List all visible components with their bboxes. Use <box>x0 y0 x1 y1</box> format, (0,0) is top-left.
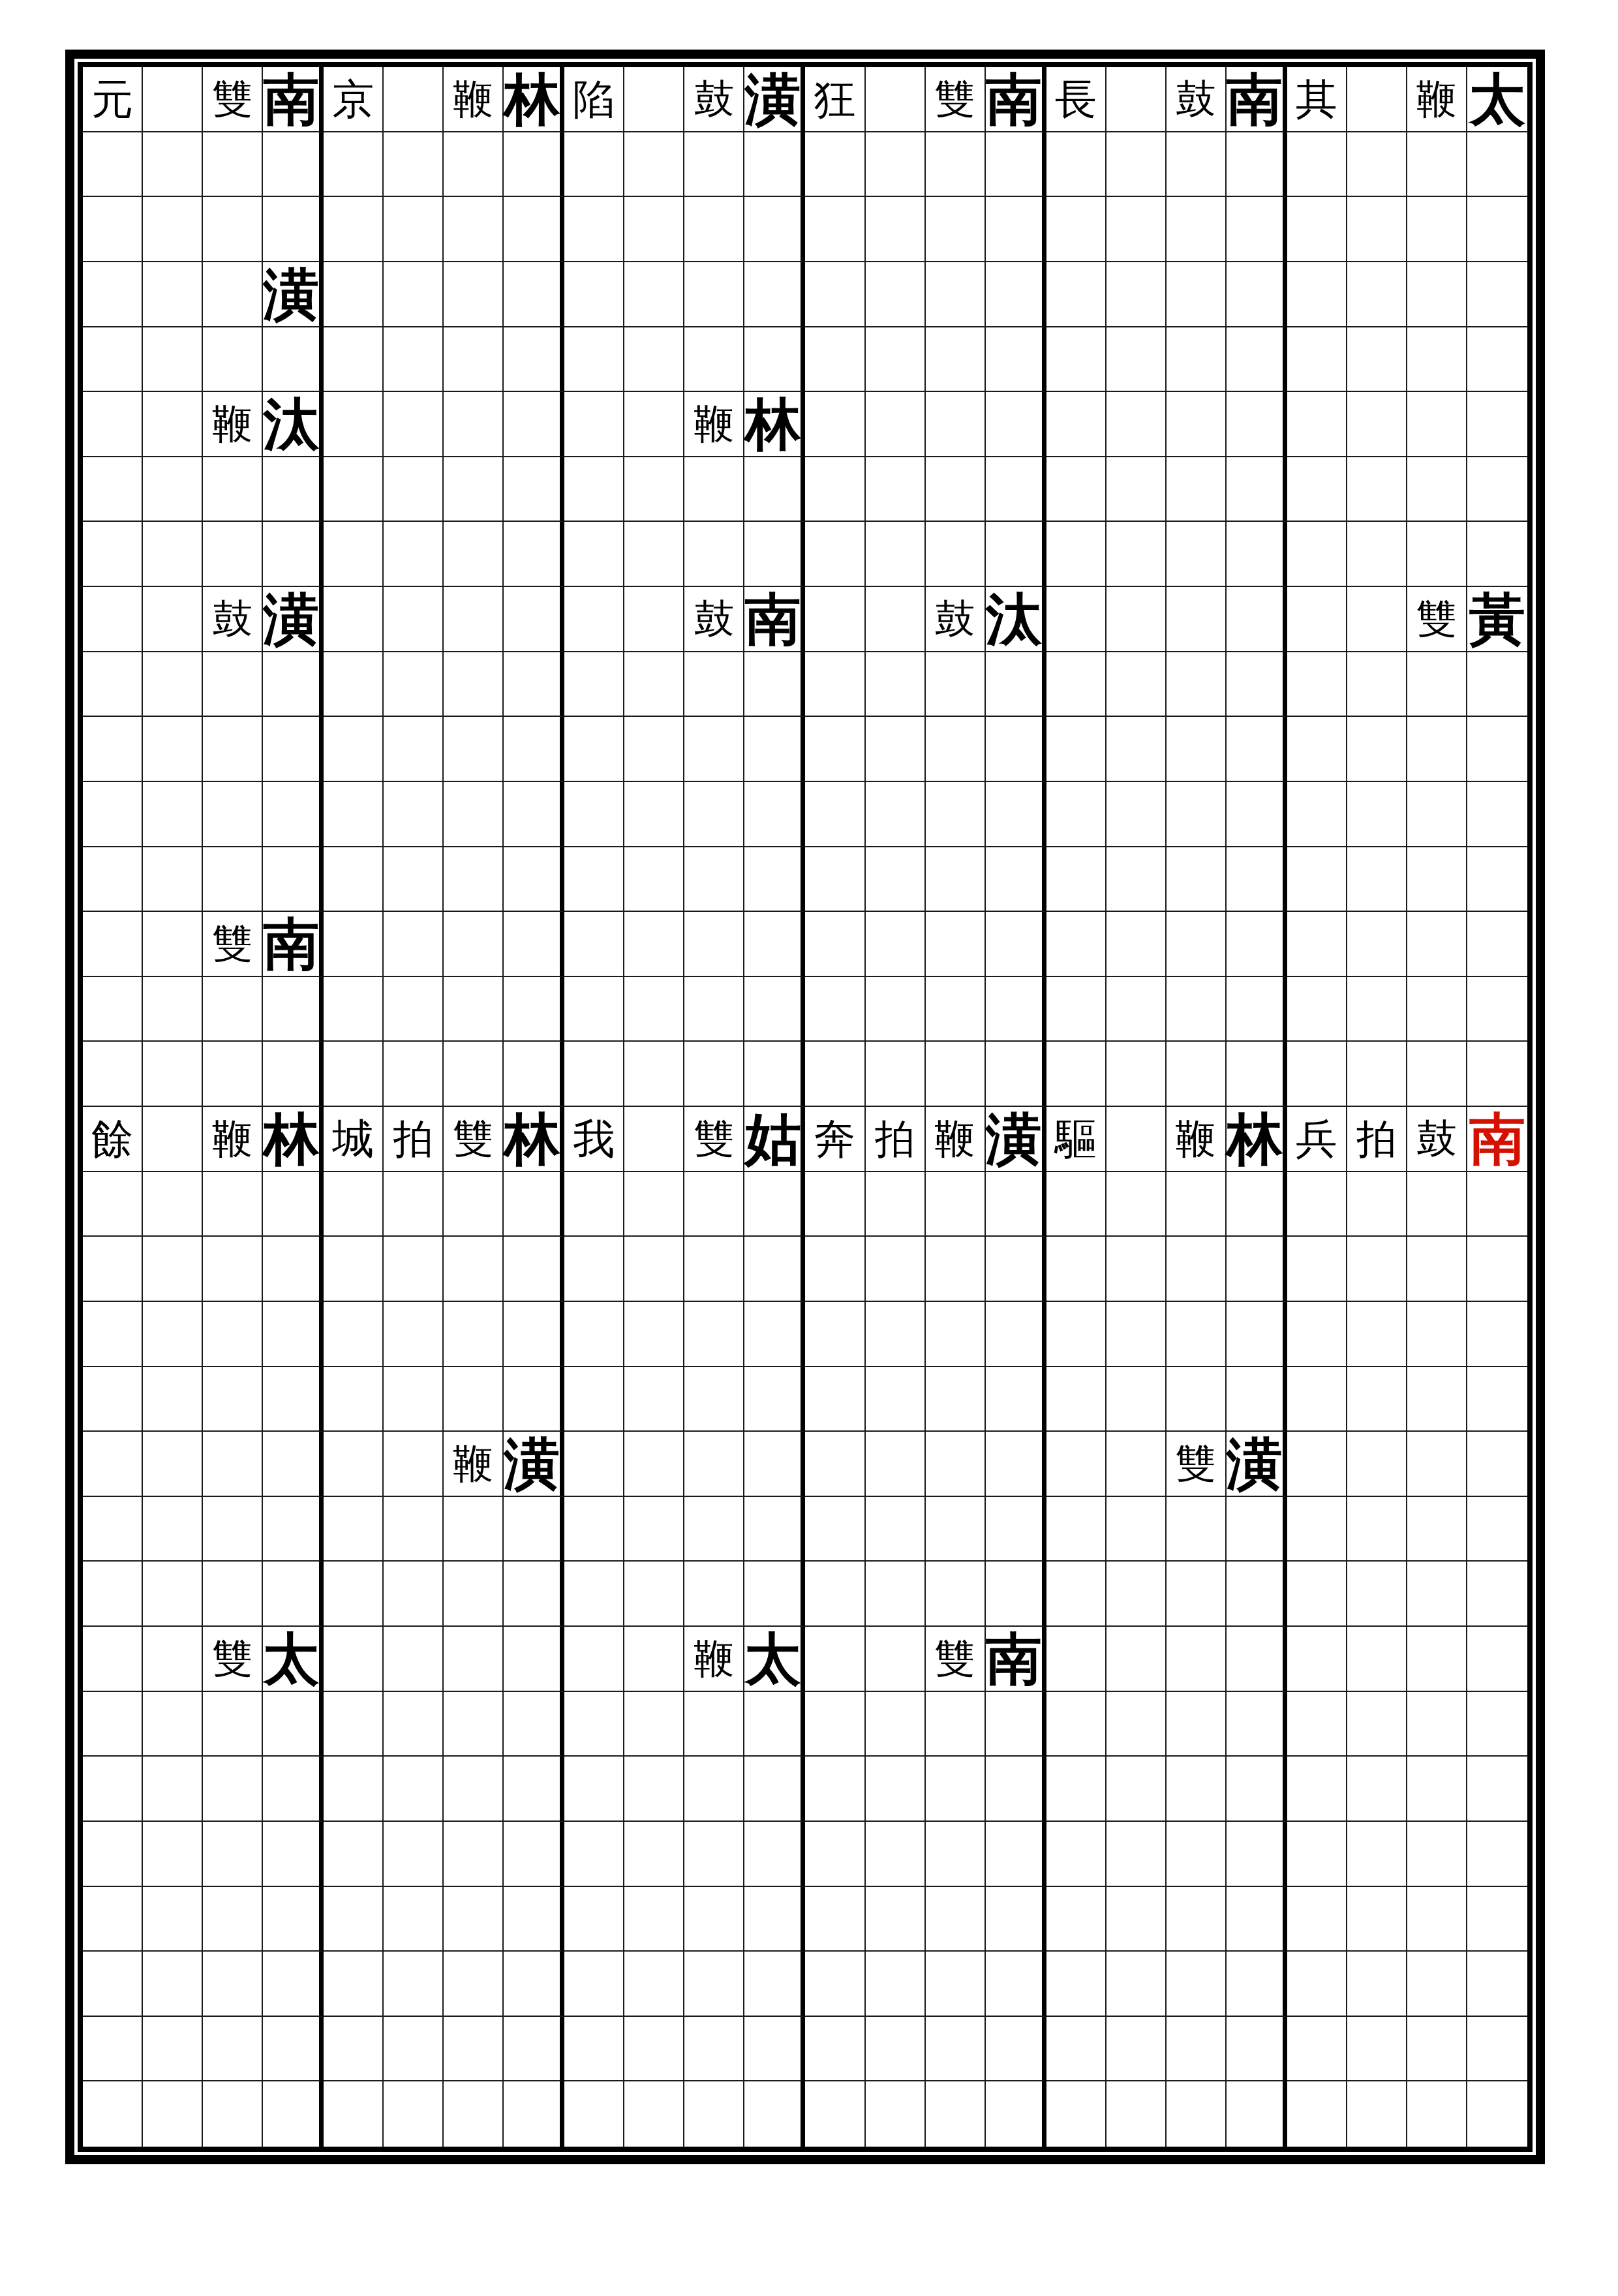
grid-cell <box>1287 197 1347 262</box>
grid-cell <box>384 2081 444 2147</box>
grid-cell <box>986 1562 1046 1627</box>
grid-cell <box>684 1822 744 1887</box>
grid-cell <box>324 847 384 913</box>
grid-cell <box>1347 587 1407 652</box>
percussion-char: 鞭 <box>935 1119 975 1159</box>
grid-cell <box>1467 1627 1527 1692</box>
grid-cell <box>143 1692 203 1757</box>
grid-cell <box>805 1562 865 1627</box>
grid-cell <box>1407 1367 1467 1432</box>
pitch-char: 姑 <box>744 1111 801 1167</box>
grid-cell <box>1107 782 1167 847</box>
grid-cell <box>926 782 986 847</box>
grid-cell <box>624 1302 684 1367</box>
grid-cell: 林 <box>504 67 564 132</box>
grid-cell <box>324 1172 384 1237</box>
grid-cell <box>986 1432 1046 1497</box>
grid-cell <box>83 1822 143 1887</box>
grid-cell <box>684 782 744 847</box>
grid-cell <box>384 1042 444 1107</box>
grid-cell <box>1167 392 1227 457</box>
grid-cell <box>263 327 324 393</box>
grid-cell <box>926 1302 986 1367</box>
grid-cell <box>744 652 805 717</box>
grid-cell <box>866 1952 926 2017</box>
grid-cell <box>504 1627 564 1692</box>
grid-cell <box>203 1367 263 1432</box>
grid-cell <box>1046 782 1107 847</box>
grid-cell <box>805 1237 865 1302</box>
grid-cell: 雙 <box>926 67 986 132</box>
grid-cell: 驅 <box>1046 1107 1107 1172</box>
grid-cell <box>83 1302 143 1367</box>
grid-cell: 陷 <box>564 67 624 132</box>
grid-cell <box>143 1757 203 1822</box>
grid-cell <box>1347 262 1407 327</box>
grid-cell <box>744 1302 805 1367</box>
grid-cell <box>1347 1562 1407 1627</box>
grid-cell <box>1287 1692 1347 1757</box>
grid-cell <box>866 2081 926 2147</box>
grid-cell <box>866 197 926 262</box>
grid-cell <box>203 1237 263 1302</box>
grid-cell <box>83 1952 143 2017</box>
grid-cell <box>1467 457 1527 522</box>
grid-cell <box>203 847 263 913</box>
grid-cell <box>1046 2017 1107 2082</box>
grid-cell <box>203 1887 263 1952</box>
grid-cell <box>744 977 805 1042</box>
grid-cell <box>1407 1562 1467 1627</box>
grid-cell <box>1107 912 1167 977</box>
grid-cell <box>444 1757 504 1822</box>
grid-cell <box>1107 847 1167 913</box>
percussion-char: 雙 <box>212 924 252 964</box>
grid-cell <box>866 1302 926 1367</box>
grid-cell <box>1467 1822 1527 1887</box>
grid-cell <box>986 2017 1046 2082</box>
grid-cell <box>504 1302 564 1367</box>
grid-cell: 城 <box>324 1107 384 1172</box>
grid-cell <box>263 1497 324 1562</box>
grid-cell <box>624 1367 684 1432</box>
grid-cell <box>324 522 384 587</box>
grid-cell <box>1287 262 1347 327</box>
grid-cell <box>1046 977 1107 1042</box>
grid-cell <box>1287 1302 1347 1367</box>
grid-cell <box>866 1367 926 1432</box>
grid-cell <box>866 1562 926 1627</box>
grid-cell <box>203 782 263 847</box>
grid-cell <box>1167 1952 1227 2017</box>
grid-cell <box>866 782 926 847</box>
pitch-char: 潢 <box>986 1111 1042 1167</box>
grid-cell <box>384 1367 444 1432</box>
grid-cell <box>624 1887 684 1952</box>
grid-cell <box>1287 717 1347 782</box>
grid-cell <box>805 197 865 262</box>
grid-cell <box>83 1432 143 1497</box>
grid-cell <box>986 1237 1046 1302</box>
grid-cell <box>926 847 986 913</box>
grid-cell <box>324 912 384 977</box>
grid-cell <box>1227 1627 1287 1692</box>
grid-cell <box>744 847 805 913</box>
grid-cell <box>1407 327 1467 393</box>
grid-cell <box>324 457 384 522</box>
grid-cell <box>926 1172 986 1237</box>
grid-cell <box>444 1237 504 1302</box>
pitch-char: 林 <box>263 1111 319 1167</box>
grid-cell <box>1287 1237 1347 1302</box>
grid-cell <box>1227 652 1287 717</box>
grid-cell <box>203 1692 263 1757</box>
grid-cell <box>624 1042 684 1107</box>
grid-cell <box>1046 262 1107 327</box>
grid-cell <box>1046 1172 1107 1237</box>
grid-cell <box>926 1237 986 1302</box>
grid-cell <box>263 847 324 913</box>
grid-cell <box>805 587 865 652</box>
grid-cell <box>1407 522 1467 587</box>
grid-cell <box>1046 457 1107 522</box>
grid-cell <box>1347 1757 1407 1822</box>
grid-cell <box>444 782 504 847</box>
grid-cell: 元 <box>83 67 143 132</box>
grid-cell <box>1107 1237 1167 1302</box>
grid-cell <box>1467 1367 1527 1432</box>
grid-cell <box>324 1237 384 1302</box>
grid-cell <box>83 1887 143 1952</box>
grid-cell <box>1407 197 1467 262</box>
grid-cell <box>684 457 744 522</box>
grid-cell <box>1407 1822 1467 1887</box>
grid-cell <box>444 197 504 262</box>
grid-cell <box>1347 2081 1407 2147</box>
grid-cell <box>805 2081 865 2147</box>
grid-cell <box>263 1562 324 1627</box>
grid-cell <box>324 1822 384 1887</box>
grid-cell <box>1287 1757 1347 1822</box>
grid-cell <box>1467 2081 1527 2147</box>
grid-cell <box>1107 652 1167 717</box>
grid-cell <box>1287 132 1347 198</box>
lyric-char: 我 <box>573 1118 615 1160</box>
grid-cell <box>1347 67 1407 132</box>
grid-cell <box>1287 1822 1347 1887</box>
grid-cell <box>986 1497 1046 1562</box>
grid-cell <box>143 1367 203 1432</box>
grid-cell <box>203 1042 263 1107</box>
grid-cell <box>1046 392 1107 457</box>
grid-cell <box>203 717 263 782</box>
grid-cell <box>1467 717 1527 782</box>
grid-cell <box>866 67 926 132</box>
grid-cell <box>83 197 143 262</box>
grid-cell <box>1227 1497 1287 1562</box>
grid-cell <box>1046 1627 1107 1692</box>
grid-cell <box>384 587 444 652</box>
grid-cell <box>504 197 564 262</box>
grid-cell <box>444 262 504 327</box>
grid-cell <box>624 652 684 717</box>
grid-cell <box>384 1692 444 1757</box>
percussion-char: 鞭 <box>1176 1119 1216 1159</box>
grid-cell <box>564 2081 624 2147</box>
grid-cell <box>986 457 1046 522</box>
grid-cell <box>624 587 684 652</box>
grid-cell <box>926 1887 986 1952</box>
grid-cell <box>1407 2081 1467 2147</box>
grid-cell <box>1227 132 1287 198</box>
grid-cell <box>564 392 624 457</box>
grid-cell <box>504 782 564 847</box>
grid-cell: 雙 <box>203 912 263 977</box>
grid-cell <box>263 1237 324 1302</box>
grid-cell <box>324 1757 384 1822</box>
grid-cell: 我 <box>564 1107 624 1172</box>
score-grid: 元雙南京鞭林陷鼓潢狂雙南長鼓南其鞭太潢鞭汰鞭林鼓潢鼓南鼓汰雙黃雙南餘鞭林城拍雙林… <box>83 67 1527 2147</box>
pitch-char: 南 <box>1227 71 1283 127</box>
grid-cell <box>624 847 684 913</box>
grid-cell <box>684 2081 744 2147</box>
grid-cell <box>1227 2017 1287 2082</box>
grid-cell <box>866 2017 926 2082</box>
grid-cell <box>926 197 986 262</box>
grid-cell <box>1167 1237 1227 1302</box>
grid-cell <box>1467 132 1527 198</box>
grid-cell <box>1287 1042 1347 1107</box>
lyric-char: 奔 <box>814 1118 855 1160</box>
grid-cell <box>1467 1497 1527 1562</box>
grid-cell <box>926 522 986 587</box>
grid-cell <box>1467 1042 1527 1107</box>
grid-cell <box>384 1757 444 1822</box>
grid-cell <box>564 1042 624 1107</box>
grid-cell <box>805 977 865 1042</box>
grid-cell <box>504 2017 564 2082</box>
grid-cell <box>324 2081 384 2147</box>
grid-cell <box>504 1042 564 1107</box>
grid-cell <box>324 1627 384 1692</box>
grid-cell <box>1107 1432 1167 1497</box>
grid-cell <box>926 1562 986 1627</box>
grid-cell <box>564 1497 624 1562</box>
grid-cell <box>744 1562 805 1627</box>
grid-cell <box>1287 327 1347 393</box>
grid-cell <box>504 327 564 393</box>
lyric-char: 長 <box>1055 78 1097 120</box>
pitch-char: 南 <box>986 71 1042 127</box>
grid-cell <box>1107 1887 1167 1952</box>
grid-cell <box>1407 262 1467 327</box>
grid-cell <box>986 1952 1046 2017</box>
grid-cell <box>143 1952 203 2017</box>
grid-cell <box>1407 782 1467 847</box>
grid-cell <box>1107 197 1167 262</box>
grid-cell: 南 <box>263 67 324 132</box>
grid-cell <box>1407 1237 1467 1302</box>
percussion-char: 鼓 <box>694 79 734 119</box>
grid-cell: 汰 <box>263 392 324 457</box>
grid-cell <box>1227 1562 1287 1627</box>
grid-cell <box>744 1497 805 1562</box>
grid-cell <box>1107 1952 1167 2017</box>
grid-cell <box>444 392 504 457</box>
grid-cell <box>564 717 624 782</box>
grid-cell <box>1227 782 1287 847</box>
grid-cell <box>504 2081 564 2147</box>
grid-cell <box>263 977 324 1042</box>
grid-cell <box>384 1887 444 1952</box>
grid-cell <box>1287 2017 1347 2082</box>
grid-cell <box>1167 262 1227 327</box>
grid-cell <box>384 67 444 132</box>
grid-cell <box>866 1042 926 1107</box>
grid-cell <box>384 847 444 913</box>
grid-cell <box>684 847 744 913</box>
grid-cell <box>83 652 143 717</box>
pitch-char: 林 <box>744 396 801 452</box>
grid-cell <box>624 327 684 393</box>
grid-cell <box>744 1757 805 1822</box>
grid-cell <box>684 1172 744 1237</box>
grid-cell <box>1407 1042 1467 1107</box>
grid-cell <box>324 652 384 717</box>
grid-cell <box>986 132 1046 198</box>
percussion-char: 鼓 <box>1176 79 1216 119</box>
lyric-char: 兵 <box>1296 1118 1337 1160</box>
grid-cell <box>1227 262 1287 327</box>
percussion-char: 鞭 <box>453 1443 493 1484</box>
grid-cell <box>384 1237 444 1302</box>
grid-cell <box>1107 1497 1167 1562</box>
grid-cell <box>143 1887 203 1952</box>
grid-cell <box>504 652 564 717</box>
grid-cell <box>384 652 444 717</box>
grid-cell <box>624 1757 684 1822</box>
grid-cell <box>504 1367 564 1432</box>
grid-cell <box>1107 327 1167 393</box>
grid-cell <box>203 132 263 198</box>
grid-cell <box>926 1822 986 1887</box>
grid-cell <box>1467 1757 1527 1822</box>
grid-cell <box>564 1627 624 1692</box>
grid-cell <box>324 1562 384 1627</box>
lyric-char: 陷 <box>573 78 615 120</box>
grid-cell <box>624 1627 684 1692</box>
grid-cell <box>1347 782 1407 847</box>
grid-cell <box>866 1692 926 1757</box>
grid-cell <box>866 1627 926 1692</box>
grid-cell <box>744 1042 805 1107</box>
lyric-char: 城 <box>332 1118 374 1160</box>
grid-cell <box>504 1822 564 1887</box>
grid-cell <box>384 327 444 393</box>
grid-cell <box>324 1302 384 1367</box>
grid-cell <box>384 392 444 457</box>
percussion-char: 雙 <box>935 1639 975 1679</box>
grid-cell <box>203 1562 263 1627</box>
grid-cell <box>1407 847 1467 913</box>
grid-cell <box>1467 1952 1527 2017</box>
grid-cell <box>384 1172 444 1237</box>
grid-cell <box>1407 132 1467 198</box>
grid-cell <box>444 327 504 393</box>
grid-cell <box>986 652 1046 717</box>
grid-cell <box>263 1692 324 1757</box>
percussion-char: 雙 <box>1416 599 1457 639</box>
grid-cell <box>444 1497 504 1562</box>
grid-cell <box>1167 2081 1227 2147</box>
grid-cell <box>564 1887 624 1952</box>
pitch-char: 汰 <box>986 591 1042 647</box>
grid-cell <box>504 457 564 522</box>
grid-cell <box>1467 327 1527 393</box>
grid-cell <box>1287 2081 1347 2147</box>
grid-cell <box>444 912 504 977</box>
pitch-char: 潢 <box>1227 1436 1283 1492</box>
grid-cell <box>986 1757 1046 1822</box>
grid-cell <box>805 717 865 782</box>
grid-cell <box>1107 1042 1167 1107</box>
grid-cell <box>1107 262 1167 327</box>
grid-cell <box>684 1237 744 1302</box>
grid-cell <box>1227 847 1287 913</box>
grid-cell <box>1287 1432 1347 1497</box>
grid-cell <box>324 717 384 782</box>
grid-cell <box>1467 1887 1527 1952</box>
grid-cell <box>1227 392 1287 457</box>
grid-cell <box>1167 912 1227 977</box>
grid-cell <box>1107 457 1167 522</box>
grid-cell <box>203 1822 263 1887</box>
grid-cell: 南 <box>986 67 1046 132</box>
grid-cell <box>1107 1822 1167 1887</box>
grid-cell <box>384 522 444 587</box>
grid-cell <box>1347 522 1407 587</box>
grid-cell: 林 <box>1227 1107 1287 1172</box>
grid-cell <box>143 327 203 393</box>
grid-cell <box>1227 457 1287 522</box>
grid-cell <box>1227 1172 1287 1237</box>
grid-cell <box>263 1042 324 1107</box>
grid-cell: 兵 <box>1287 1107 1347 1172</box>
grid-cell <box>564 1172 624 1237</box>
grid-cell <box>744 457 805 522</box>
grid-cell: 鞭 <box>444 1432 504 1497</box>
grid-cell <box>866 652 926 717</box>
percussion-char: 鼓 <box>694 599 734 639</box>
grid-cell: 南 <box>744 587 805 652</box>
grid-cell <box>564 847 624 913</box>
grid-cell <box>504 717 564 782</box>
grid-cell <box>83 717 143 782</box>
grid-cell: 太 <box>1467 67 1527 132</box>
grid-cell <box>143 1172 203 1237</box>
grid-cell <box>1467 2017 1527 2082</box>
grid-cell <box>504 522 564 587</box>
grid-cell <box>1467 1172 1527 1237</box>
grid-cell <box>1167 2017 1227 2082</box>
grid-cell <box>1107 977 1167 1042</box>
grid-cell <box>1046 1237 1107 1302</box>
grid-cell <box>1287 1627 1347 1692</box>
grid-cell <box>564 1367 624 1432</box>
grid-cell <box>83 1562 143 1627</box>
grid-cell <box>263 1367 324 1432</box>
grid-cell <box>1046 1367 1107 1432</box>
